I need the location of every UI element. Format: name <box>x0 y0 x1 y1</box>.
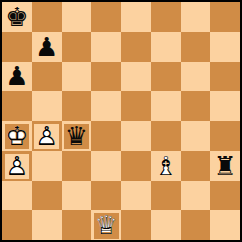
square-e1[interactable] <box>121 210 151 240</box>
square-d2[interactable] <box>91 181 121 211</box>
square-c7[interactable] <box>62 32 92 62</box>
square-c3[interactable] <box>62 151 92 181</box>
chess-board: ♚♟♟♚♔♟♙♛♟♙♝♗♜♛♕ <box>0 0 242 242</box>
square-a1[interactable] <box>2 210 32 240</box>
square-f4[interactable] <box>151 121 181 151</box>
square-b7[interactable]: ♟ <box>32 32 62 62</box>
square-e2[interactable] <box>121 181 151 211</box>
square-c5[interactable] <box>62 91 92 121</box>
square-d4[interactable] <box>91 121 121 151</box>
square-b3[interactable] <box>32 151 62 181</box>
square-c4[interactable]: ♛ <box>62 121 92 151</box>
square-a7[interactable] <box>2 32 32 62</box>
square-f6[interactable] <box>151 62 181 92</box>
chess-diagram: ♚♟♟♚♔♟♙♛♟♙♝♗♜♛♕ <box>0 0 242 242</box>
piece-sprite-background <box>5 124 30 149</box>
piece-sprite-background <box>34 124 59 149</box>
white-bishop-icon-fill: ♝ <box>151 151 181 181</box>
square-d6[interactable] <box>91 62 121 92</box>
square-c1[interactable] <box>62 210 92 240</box>
piece-sprite-background <box>5 154 30 179</box>
square-a6[interactable]: ♟ <box>2 62 32 92</box>
square-b5[interactable] <box>32 91 62 121</box>
square-g6[interactable] <box>181 62 211 92</box>
square-g2[interactable] <box>181 181 211 211</box>
square-f2[interactable] <box>151 181 181 211</box>
square-b2[interactable] <box>32 181 62 211</box>
square-h2[interactable] <box>210 181 240 211</box>
square-f1[interactable] <box>151 210 181 240</box>
square-g5[interactable] <box>181 91 211 121</box>
square-a4[interactable]: ♚♔ <box>2 121 32 151</box>
black-pawn-icon: ♟ <box>32 32 62 62</box>
square-h1[interactable] <box>210 210 240 240</box>
square-b6[interactable] <box>32 62 62 92</box>
square-f5[interactable] <box>151 91 181 121</box>
square-h6[interactable] <box>210 62 240 92</box>
square-a5[interactable] <box>2 91 32 121</box>
square-b4[interactable]: ♟♙ <box>32 121 62 151</box>
square-b8[interactable] <box>32 2 62 32</box>
black-king-icon: ♚ <box>2 2 32 32</box>
square-h3[interactable]: ♜ <box>210 151 240 181</box>
square-c6[interactable] <box>62 62 92 92</box>
square-e5[interactable] <box>121 91 151 121</box>
square-g3[interactable] <box>181 151 211 181</box>
square-h8[interactable] <box>210 2 240 32</box>
square-h5[interactable] <box>210 91 240 121</box>
square-f7[interactable] <box>151 32 181 62</box>
square-d1[interactable]: ♛♕ <box>91 210 121 240</box>
square-a3[interactable]: ♟♙ <box>2 151 32 181</box>
white-bishop-icon: ♗ <box>151 151 181 181</box>
square-a8[interactable]: ♚ <box>2 2 32 32</box>
square-g4[interactable] <box>181 121 211 151</box>
square-a2[interactable] <box>2 181 32 211</box>
piece-sprite-background <box>94 213 119 238</box>
square-d3[interactable] <box>91 151 121 181</box>
square-e6[interactable] <box>121 62 151 92</box>
square-g1[interactable] <box>181 210 211 240</box>
piece-sprite-background <box>64 124 89 149</box>
square-f8[interactable] <box>151 2 181 32</box>
square-c8[interactable] <box>62 2 92 32</box>
black-pawn-icon: ♟ <box>2 62 32 92</box>
square-g7[interactable] <box>181 32 211 62</box>
square-f3[interactable]: ♝♗ <box>151 151 181 181</box>
square-h4[interactable] <box>210 121 240 151</box>
square-d5[interactable] <box>91 91 121 121</box>
square-e3[interactable] <box>121 151 151 181</box>
square-e7[interactable] <box>121 32 151 62</box>
square-b1[interactable] <box>32 210 62 240</box>
square-g8[interactable] <box>181 2 211 32</box>
square-e4[interactable] <box>121 121 151 151</box>
square-c2[interactable] <box>62 181 92 211</box>
square-d7[interactable] <box>91 32 121 62</box>
black-rook-icon: ♜ <box>210 151 240 181</box>
square-d8[interactable] <box>91 2 121 32</box>
square-h7[interactable] <box>210 32 240 62</box>
square-e8[interactable] <box>121 2 151 32</box>
